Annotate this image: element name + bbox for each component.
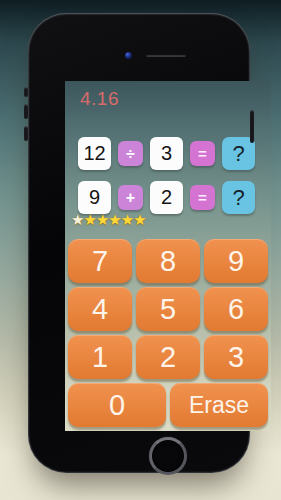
app-screen: 4.16 12 ÷ 3 = ? 9 + 2 = ? ★★★★★★ (65, 81, 271, 431)
star-icon: ★ (96, 211, 108, 228)
timer-label: 4.16 (80, 88, 119, 110)
power-button (250, 110, 254, 143)
key-5[interactable]: 5 (136, 287, 200, 331)
key-7[interactable]: 7 (68, 239, 132, 283)
star-icon: ★ (108, 211, 120, 228)
equation-row-2: 9 + 2 = ? (78, 181, 255, 214)
operand-tile: 9 (78, 181, 111, 214)
earpiece-speaker (146, 54, 186, 57)
key-8[interactable]: 8 (136, 239, 200, 283)
divide-operator-tile: ÷ (118, 141, 143, 166)
volume-down-button (24, 126, 28, 141)
star-icon: ★ (133, 211, 145, 228)
star-icon: ★ (71, 211, 83, 228)
plus-operator-tile: + (118, 185, 143, 210)
key-9[interactable]: 9 (204, 239, 268, 283)
operand-tile: 3 (150, 137, 183, 170)
volume-up-button (24, 104, 28, 119)
phone-frame: 4.16 12 ÷ 3 = ? 9 + 2 = ? ★★★★★★ (28, 13, 250, 473)
key-2[interactable]: 2 (136, 335, 200, 379)
equals-tile: = (190, 185, 215, 210)
operand-tile: 2 (150, 181, 183, 214)
erase-button[interactable]: Erase (170, 383, 268, 427)
number-keypad: 7 8 9 4 5 6 1 2 3 0 Erase (68, 239, 268, 427)
home-button (149, 437, 187, 475)
star-icon: ★ (121, 211, 133, 228)
equals-tile: = (190, 141, 215, 166)
star-rating: ★★★★★★ (71, 212, 146, 227)
mute-switch (24, 87, 28, 97)
key-6[interactable]: 6 (204, 287, 268, 331)
key-1[interactable]: 1 (68, 335, 132, 379)
equation-row-1: 12 ÷ 3 = ? (78, 137, 255, 170)
answer-tile[interactable]: ? (222, 181, 255, 214)
front-camera-icon (125, 52, 132, 59)
operand-tile: 12 (78, 137, 111, 170)
star-icon: ★ (83, 211, 95, 228)
equation-board: 12 ÷ 3 = ? 9 + 2 = ? (78, 137, 255, 214)
key-0[interactable]: 0 (68, 383, 166, 427)
key-3[interactable]: 3 (204, 335, 268, 379)
key-4[interactable]: 4 (68, 287, 132, 331)
screenshot-stage: 4.16 12 ÷ 3 = ? 9 + 2 = ? ★★★★★★ (0, 0, 281, 500)
